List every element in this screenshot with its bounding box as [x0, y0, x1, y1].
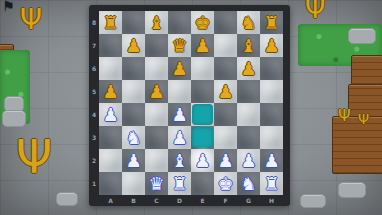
square-c2[interactable]	[145, 149, 168, 172]
piece-gold-pawn-b7[interactable]: ♟	[122, 34, 145, 57]
square-b1[interactable]	[122, 172, 145, 195]
stone-bottom-left	[56, 192, 78, 206]
game-scene: ⚑ Ψ Ψ Ψ Ψ Ψ 87654321 ABCDEFGH ♜♝♚♞♜♟♛♟♝♟…	[0, 0, 382, 215]
piece-gold-pawn-e7[interactable]: ♟	[191, 34, 214, 57]
square-d8[interactable]	[168, 11, 191, 34]
square-g8[interactable]: ♞	[237, 11, 260, 34]
square-a4[interactable]: ♟	[99, 103, 122, 126]
file-labels: ABCDEFGH	[99, 196, 283, 206]
square-b7[interactable]: ♟	[122, 34, 145, 57]
square-d7[interactable]: ♛	[168, 34, 191, 57]
square-h8[interactable]: ♜	[260, 11, 283, 34]
piece-gold-pawn-f5[interactable]: ♟	[214, 80, 237, 103]
rank-label-8: 8	[89, 11, 99, 34]
file-label-e: E	[191, 196, 214, 206]
square-e7[interactable]: ♟	[191, 34, 214, 57]
piece-blue-pawn-e2[interactable]: ♟	[191, 149, 214, 172]
square-d5[interactable]	[168, 80, 191, 103]
piece-gold-pawn-h7[interactable]: ♟	[260, 34, 283, 57]
piece-gold-pawn-c5[interactable]: ♟	[145, 80, 168, 103]
square-g1[interactable]: ♞	[237, 172, 260, 195]
stone-bottom-center-right	[300, 194, 326, 208]
square-c4[interactable]	[145, 103, 168, 126]
square-a8[interactable]: ♜	[99, 11, 122, 34]
square-h7[interactable]: ♟	[260, 34, 283, 57]
gold-candelabra-top-left: Ψ	[20, 6, 42, 34]
rank-label-1: 1	[89, 172, 99, 195]
piece-gold-rook-h8[interactable]: ♜	[260, 11, 283, 34]
stone-bottom-right	[338, 182, 366, 198]
rank-label-5: 5	[89, 80, 99, 103]
square-g3[interactable]	[237, 126, 260, 149]
piece-gold-bishop-g7[interactable]: ♝	[237, 34, 260, 57]
square-a5[interactable]: ♟	[99, 80, 122, 103]
square-a2[interactable]	[99, 149, 122, 172]
square-f1[interactable]: ♚	[214, 172, 237, 195]
piece-blue-rook-d1[interactable]: ♜	[168, 172, 191, 195]
piece-gold-knight-g8[interactable]: ♞	[237, 11, 260, 34]
square-b3[interactable]: ♞	[122, 126, 145, 149]
square-h6[interactable]	[260, 57, 283, 80]
square-g5[interactable]	[237, 80, 260, 103]
piece-gold-bishop-c8[interactable]: ♝	[145, 11, 168, 34]
square-e6[interactable]	[191, 57, 214, 80]
file-label-h: H	[260, 196, 283, 206]
piece-blue-pawn-b2[interactable]: ♟	[122, 149, 145, 172]
piece-blue-pawn-d4[interactable]: ♟	[168, 103, 191, 126]
rank-label-2: 2	[89, 149, 99, 172]
piece-blue-pawn-h2[interactable]: ♟	[260, 149, 283, 172]
square-d6[interactable]: ♟	[168, 57, 191, 80]
move-highlight-e4[interactable]	[192, 104, 213, 125]
move-highlight-e3[interactable]	[192, 127, 213, 148]
square-f5[interactable]: ♟	[214, 80, 237, 103]
file-label-f: F	[214, 196, 237, 206]
square-a7[interactable]	[99, 34, 122, 57]
square-g7[interactable]: ♝	[237, 34, 260, 57]
file-label-g: G	[237, 196, 260, 206]
square-h1[interactable]: ♜	[260, 172, 283, 195]
square-a1[interactable]	[99, 172, 122, 195]
rank-label-3: 3	[89, 126, 99, 149]
square-c5[interactable]: ♟	[145, 80, 168, 103]
piece-blue-pawn-f2[interactable]: ♟	[214, 149, 237, 172]
square-c8[interactable]: ♝	[145, 11, 168, 34]
square-e2[interactable]: ♟	[191, 149, 214, 172]
square-d4[interactable]: ♟	[168, 103, 191, 126]
piece-gold-rook-a8[interactable]: ♜	[99, 11, 122, 34]
square-c3[interactable]	[145, 126, 168, 149]
square-c6[interactable]	[145, 57, 168, 80]
square-b5[interactable]	[122, 80, 145, 103]
rank-labels: 87654321	[89, 11, 99, 195]
square-b6[interactable]	[122, 57, 145, 80]
square-f4[interactable]	[214, 103, 237, 126]
square-h5[interactable]	[260, 80, 283, 103]
square-e5[interactable]	[191, 80, 214, 103]
square-f3[interactable]	[214, 126, 237, 149]
gold-candelabra-bottom-left: Ψ	[16, 134, 52, 180]
square-f2[interactable]: ♟	[214, 149, 237, 172]
gold-candelabra-top-right: Ψ	[305, 0, 325, 22]
piece-blue-pawn-g2[interactable]: ♟	[237, 149, 260, 172]
piece-blue-knight-b3[interactable]: ♞	[122, 126, 145, 149]
square-g4[interactable]	[237, 103, 260, 126]
square-h2[interactable]: ♟	[260, 149, 283, 172]
wood-crate-right-top	[351, 55, 382, 85]
square-f7[interactable]	[214, 34, 237, 57]
gold-candlestick-on-table-2: Ψ	[358, 112, 369, 126]
piece-gold-pawn-g6[interactable]: ♟	[237, 57, 260, 80]
square-a6[interactable]	[99, 57, 122, 80]
stone-left-2	[2, 110, 26, 127]
piece-gold-pawn-a5[interactable]: ♟	[99, 80, 122, 103]
square-f8[interactable]	[214, 11, 237, 34]
square-d1[interactable]: ♜	[168, 172, 191, 195]
square-c1[interactable]: ♛	[145, 172, 168, 195]
square-a3[interactable]	[99, 126, 122, 149]
rank-label-6: 6	[89, 57, 99, 80]
square-g6[interactable]: ♟	[237, 57, 260, 80]
square-e8[interactable]: ♚	[191, 11, 214, 34]
gold-candlestick-on-table-1: Ψ	[338, 108, 351, 124]
square-b8[interactable]	[122, 11, 145, 34]
piece-blue-queen-c1[interactable]: ♛	[145, 172, 168, 195]
rank-label-7: 7	[89, 34, 99, 57]
square-b2[interactable]: ♟	[122, 149, 145, 172]
square-g2[interactable]: ♟	[237, 149, 260, 172]
rank-label-4: 4	[89, 103, 99, 126]
file-label-c: C	[145, 196, 168, 206]
flag-icon[interactable]: ⚑	[2, 0, 15, 14]
file-label-b: B	[122, 196, 145, 206]
square-c7[interactable]	[145, 34, 168, 57]
square-e1[interactable]	[191, 172, 214, 195]
square-b4[interactable]	[122, 103, 145, 126]
piece-blue-king-f1[interactable]: ♚	[214, 172, 237, 195]
square-f6[interactable]	[214, 57, 237, 80]
stone-right-1	[348, 28, 376, 44]
piece-blue-rook-h1[interactable]: ♜	[260, 172, 283, 195]
square-e4[interactable]	[191, 103, 214, 126]
square-h4[interactable]	[260, 103, 283, 126]
file-label-d: D	[168, 196, 191, 206]
square-h3[interactable]	[260, 126, 283, 149]
file-label-a: A	[99, 196, 122, 206]
board-frame: 87654321 ABCDEFGH ♜♝♚♞♜♟♛♟♝♟♟♟♟♟♟♟♟♞♟♟♝♟…	[89, 5, 290, 206]
piece-blue-knight-g1[interactable]: ♞	[237, 172, 260, 195]
piece-gold-queen-d7[interactable]: ♛	[168, 34, 191, 57]
chess-board: ♜♝♚♞♜♟♛♟♝♟♟♟♟♟♟♟♟♞♟♟♝♟♟♟♟♛♜♚♞♜	[99, 11, 283, 195]
piece-gold-pawn-d6[interactable]: ♟	[168, 57, 191, 80]
piece-blue-pawn-a4[interactable]: ♟	[99, 103, 122, 126]
piece-gold-king-e8[interactable]: ♚	[191, 11, 214, 34]
